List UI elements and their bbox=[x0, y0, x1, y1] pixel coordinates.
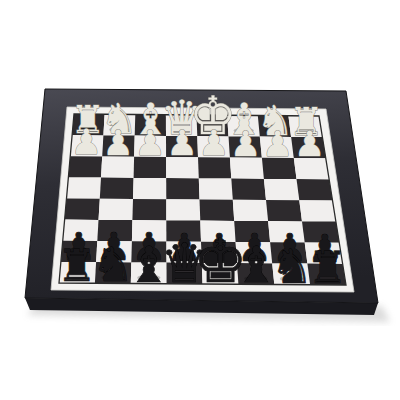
chessboard: ♜♞♝♛♚♝♞♜♟♟♟♟♟♟♟♟♟♟♟♟♟♟♟♟♜♞♝♛♚♝♞♜ bbox=[0, 0, 400, 400]
white-pawn: ♟ bbox=[71, 122, 102, 162]
white-pawn: ♟ bbox=[198, 123, 229, 163]
board-square bbox=[266, 200, 302, 221]
board-square bbox=[297, 179, 333, 200]
chess-set-photo: Angled overhead photo of a magnetic trav… bbox=[0, 0, 400, 400]
board-square bbox=[264, 179, 299, 200]
board-square bbox=[299, 200, 336, 221]
board-square bbox=[166, 199, 200, 220]
white-pawn: ♟ bbox=[230, 124, 261, 164]
board-square bbox=[233, 200, 268, 221]
white-pawn: ♟ bbox=[262, 124, 293, 164]
board-square bbox=[100, 178, 134, 199]
black-knight: ♞ bbox=[271, 239, 314, 294]
board-square bbox=[65, 199, 100, 220]
board-square bbox=[200, 200, 235, 221]
board-square bbox=[67, 177, 102, 198]
board-square bbox=[132, 199, 166, 220]
white-pawn: ♟ bbox=[166, 123, 197, 163]
white-pawn: ♟ bbox=[134, 123, 165, 163]
white-pawn: ♟ bbox=[294, 124, 325, 164]
board-square bbox=[99, 199, 134, 220]
board-square bbox=[166, 178, 199, 199]
white-pawn: ♟ bbox=[103, 123, 134, 163]
board-square bbox=[199, 178, 233, 199]
board-square bbox=[231, 179, 266, 200]
board-square bbox=[133, 178, 166, 199]
black-rook: ♜ bbox=[308, 242, 348, 293]
